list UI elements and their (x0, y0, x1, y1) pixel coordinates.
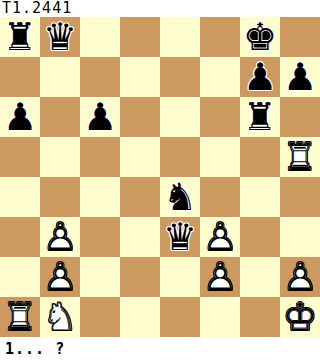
square-g3[interactable] (240, 217, 280, 257)
square-d6[interactable] (120, 97, 160, 137)
chess-board: ♜♛♚♟♟♟♟♜♜♖♞♟♙♛♟♙♟♙♟♙♟♙♜♖♞♘♚♔ (0, 17, 320, 337)
square-d5[interactable] (120, 137, 160, 177)
square-b4[interactable] (40, 177, 80, 217)
piece-white-rook: ♖ (280, 137, 320, 177)
square-c5[interactable] (80, 137, 120, 177)
square-b2[interactable]: ♟♙ (40, 257, 80, 297)
square-c1[interactable] (80, 297, 120, 337)
square-e5[interactable] (160, 137, 200, 177)
square-b5[interactable] (40, 137, 80, 177)
move-prompt: 1... ? (0, 337, 320, 360)
square-d2[interactable] (120, 257, 160, 297)
square-f3[interactable]: ♟♙ (200, 217, 240, 257)
square-d8[interactable] (120, 17, 160, 57)
square-a4[interactable] (0, 177, 40, 217)
piece-black-queen: ♛ (40, 17, 80, 57)
square-h3[interactable] (280, 217, 320, 257)
square-d4[interactable] (120, 177, 160, 217)
piece-black-pawn: ♟ (80, 97, 120, 137)
piece-white-pawn: ♙ (280, 257, 320, 297)
piece-white-pawn: ♙ (200, 257, 240, 297)
square-e2[interactable] (160, 257, 200, 297)
square-h7[interactable]: ♟ (280, 57, 320, 97)
square-g2[interactable] (240, 257, 280, 297)
square-a2[interactable] (0, 257, 40, 297)
square-g4[interactable] (240, 177, 280, 217)
square-b7[interactable] (40, 57, 80, 97)
square-a7[interactable] (0, 57, 40, 97)
square-c8[interactable] (80, 17, 120, 57)
square-c6[interactable]: ♟ (80, 97, 120, 137)
square-f1[interactable] (200, 297, 240, 337)
piece-black-knight: ♞ (160, 177, 200, 217)
square-f4[interactable] (200, 177, 240, 217)
piece-white-pawn: ♙ (40, 257, 80, 297)
square-a8[interactable]: ♜ (0, 17, 40, 57)
square-h4[interactable] (280, 177, 320, 217)
square-g1[interactable] (240, 297, 280, 337)
square-h5[interactable]: ♜♖ (280, 137, 320, 177)
square-h6[interactable] (280, 97, 320, 137)
square-h8[interactable] (280, 17, 320, 57)
square-h2[interactable]: ♟♙ (280, 257, 320, 297)
square-e6[interactable] (160, 97, 200, 137)
square-a3[interactable] (0, 217, 40, 257)
piece-white-pawn: ♙ (40, 217, 80, 257)
piece-black-pawn: ♟ (240, 57, 280, 97)
square-a6[interactable]: ♟ (0, 97, 40, 137)
square-d7[interactable] (120, 57, 160, 97)
square-d1[interactable] (120, 297, 160, 337)
square-d3[interactable] (120, 217, 160, 257)
square-c3[interactable] (80, 217, 120, 257)
piece-black-pawn: ♟ (280, 57, 320, 97)
square-f6[interactable] (200, 97, 240, 137)
square-g5[interactable] (240, 137, 280, 177)
square-b1[interactable]: ♞♘ (40, 297, 80, 337)
square-h1[interactable]: ♚♔ (280, 297, 320, 337)
piece-white-rook: ♖ (0, 297, 40, 337)
square-e3[interactable]: ♛ (160, 217, 200, 257)
piece-black-queen: ♛ (160, 217, 200, 257)
square-b6[interactable] (40, 97, 80, 137)
piece-black-rook: ♜ (240, 97, 280, 137)
square-e1[interactable] (160, 297, 200, 337)
square-f5[interactable] (200, 137, 240, 177)
square-b8[interactable]: ♛ (40, 17, 80, 57)
piece-black-rook: ♜ (0, 17, 40, 57)
piece-black-pawn: ♟ (0, 97, 40, 137)
piece-white-knight: ♘ (40, 297, 80, 337)
square-f8[interactable] (200, 17, 240, 57)
square-f2[interactable]: ♟♙ (200, 257, 240, 297)
square-c2[interactable] (80, 257, 120, 297)
square-a5[interactable] (0, 137, 40, 177)
square-c7[interactable] (80, 57, 120, 97)
piece-white-pawn: ♙ (200, 217, 240, 257)
square-c4[interactable] (80, 177, 120, 217)
square-a1[interactable]: ♜♖ (0, 297, 40, 337)
square-g6[interactable]: ♜ (240, 97, 280, 137)
square-f7[interactable] (200, 57, 240, 97)
piece-white-king: ♔ (280, 297, 320, 337)
chess-puzzle-app: T1.2441 ♜♛♚♟♟♟♟♜♜♖♞♟♙♛♟♙♟♙♟♙♟♙♜♖♞♘♚♔ 1..… (0, 0, 320, 360)
square-b3[interactable]: ♟♙ (40, 217, 80, 257)
square-e8[interactable] (160, 17, 200, 57)
square-g8[interactable]: ♚ (240, 17, 280, 57)
square-g7[interactable]: ♟ (240, 57, 280, 97)
piece-black-king: ♚ (240, 17, 280, 57)
square-e4[interactable]: ♞ (160, 177, 200, 217)
square-e7[interactable] (160, 57, 200, 97)
